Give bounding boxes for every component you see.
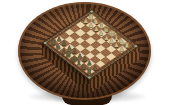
photo-scene: ♜♞♝♛♚♝♞♜♟♟♟♟♟♟♟♟♟♟♟♟♟♟♟♟♜♞♝♛♚♝♞♜ bbox=[0, 0, 175, 105]
corner-medallion bbox=[43, 41, 47, 44]
piece-dark-rook[interactable]: ♜ bbox=[85, 67, 92, 74]
corner-medallion bbox=[134, 45, 138, 48]
corner-medallion bbox=[87, 76, 91, 79]
